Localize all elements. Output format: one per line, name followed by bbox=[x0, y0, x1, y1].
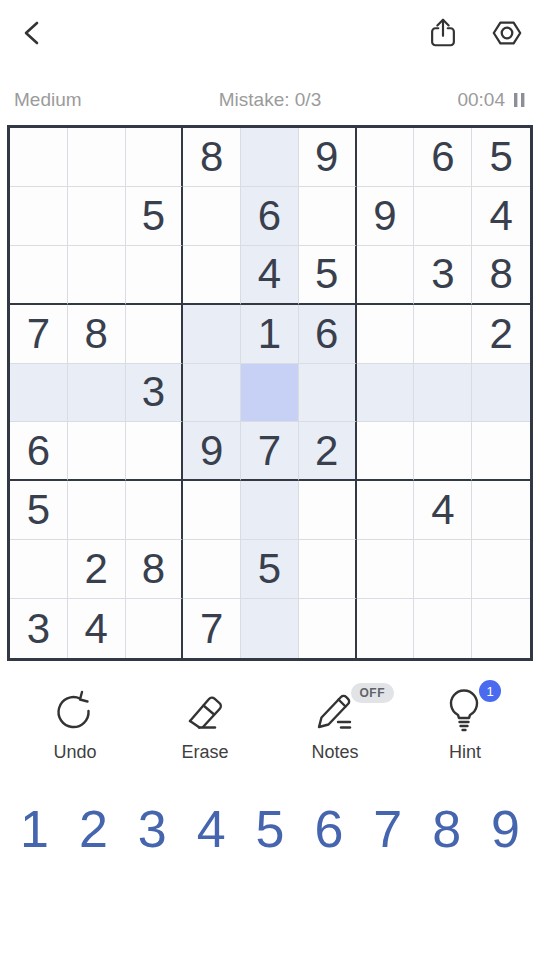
cell-r4c4[interactable] bbox=[183, 305, 241, 364]
hint-label: Hint bbox=[449, 742, 481, 763]
cell-r5c3[interactable]: 3 bbox=[126, 364, 184, 423]
eraser-icon bbox=[182, 687, 228, 733]
cell-r1c3[interactable] bbox=[126, 128, 184, 187]
cell-r9c2[interactable]: 4 bbox=[68, 599, 126, 658]
cell-r3c6[interactable]: 5 bbox=[299, 246, 357, 305]
cell-r7c5[interactable] bbox=[241, 481, 299, 540]
numberpad-1[interactable]: 1 bbox=[20, 803, 49, 855]
numberpad-9[interactable]: 9 bbox=[491, 803, 520, 855]
cell-r4c7[interactable] bbox=[357, 305, 415, 364]
cell-r5c9[interactable] bbox=[472, 364, 530, 423]
cell-r2c9[interactable]: 4 bbox=[472, 187, 530, 246]
mistakes-counter: Mistake: 0/3 bbox=[154, 89, 386, 111]
cell-r4c5[interactable]: 1 bbox=[241, 305, 299, 364]
cell-r8c4[interactable] bbox=[183, 540, 241, 599]
cell-r1c7[interactable] bbox=[357, 128, 415, 187]
settings-gear-icon bbox=[490, 16, 524, 50]
toolbar: Undo Erase OFF Notes bbox=[0, 687, 540, 763]
cell-r9c7[interactable] bbox=[357, 599, 415, 658]
undo-label: Undo bbox=[53, 742, 96, 763]
cell-r5c8[interactable] bbox=[414, 364, 472, 423]
cell-r7c4[interactable] bbox=[183, 481, 241, 540]
cell-r2c2[interactable] bbox=[68, 187, 126, 246]
lightbulb-icon: 1 bbox=[443, 687, 487, 733]
cell-r2c3[interactable]: 5 bbox=[126, 187, 184, 246]
pencil-icon: OFF bbox=[312, 687, 358, 733]
cell-r1c2[interactable] bbox=[68, 128, 126, 187]
cell-r6c5[interactable]: 7 bbox=[241, 422, 299, 481]
cell-r7c8[interactable]: 4 bbox=[414, 481, 472, 540]
cell-r6c4[interactable]: 9 bbox=[183, 422, 241, 481]
cell-r9c3[interactable] bbox=[126, 599, 184, 658]
cell-r8c1[interactable] bbox=[10, 540, 68, 599]
cell-r6c7[interactable] bbox=[357, 422, 415, 481]
cell-r7c3[interactable] bbox=[126, 481, 184, 540]
cell-r8c8[interactable] bbox=[414, 540, 472, 599]
board-area: 896556944538781623697254285347 bbox=[7, 125, 533, 661]
cell-r1c8[interactable]: 6 bbox=[414, 128, 472, 187]
cell-r5c6[interactable] bbox=[299, 364, 357, 423]
notes-label: Notes bbox=[311, 742, 358, 763]
pause-icon bbox=[513, 92, 526, 108]
cell-r8c7[interactable] bbox=[357, 540, 415, 599]
cell-r3c8[interactable]: 3 bbox=[414, 246, 472, 305]
cell-r6c6[interactable]: 2 bbox=[299, 422, 357, 481]
cell-r4c8[interactable] bbox=[414, 305, 472, 364]
numberpad-4[interactable]: 4 bbox=[197, 803, 226, 855]
cell-r8c5[interactable]: 5 bbox=[241, 540, 299, 599]
cell-r2c5[interactable]: 6 bbox=[241, 187, 299, 246]
settings-button[interactable] bbox=[490, 16, 524, 50]
status-row: Medium Mistake: 0/3 00:04 bbox=[0, 88, 540, 112]
numberpad-7[interactable]: 7 bbox=[373, 803, 402, 855]
cell-r3c1[interactable] bbox=[10, 246, 68, 305]
cell-r5c2[interactable] bbox=[68, 364, 126, 423]
cell-r7c9[interactable] bbox=[472, 481, 530, 540]
cell-r5c1[interactable] bbox=[10, 364, 68, 423]
numberpad-8[interactable]: 8 bbox=[432, 803, 461, 855]
cell-r7c7[interactable] bbox=[357, 481, 415, 540]
cell-r7c1[interactable]: 5 bbox=[10, 481, 68, 540]
back-button[interactable] bbox=[16, 16, 48, 50]
cell-r9c6[interactable] bbox=[299, 599, 357, 658]
cell-r8c6[interactable] bbox=[299, 540, 357, 599]
cell-r6c9[interactable] bbox=[472, 422, 530, 481]
cell-r5c4[interactable] bbox=[183, 364, 241, 423]
hint-button[interactable]: 1 Hint bbox=[422, 687, 508, 763]
difficulty-label: Medium bbox=[14, 89, 154, 111]
numberpad-6[interactable]: 6 bbox=[314, 803, 343, 855]
cell-r1c6[interactable]: 9 bbox=[299, 128, 357, 187]
cell-r3c7[interactable] bbox=[357, 246, 415, 305]
cell-r4c9[interactable]: 2 bbox=[472, 305, 530, 364]
cell-r5c5[interactable] bbox=[241, 364, 299, 423]
share-icon bbox=[426, 16, 460, 50]
erase-button[interactable]: Erase bbox=[162, 687, 248, 763]
sudoku-grid: 896556944538781623697254285347 bbox=[7, 125, 533, 661]
cell-r2c8[interactable] bbox=[414, 187, 472, 246]
cell-r8c2[interactable]: 2 bbox=[68, 540, 126, 599]
cell-r6c2[interactable] bbox=[68, 422, 126, 481]
cell-r3c2[interactable] bbox=[68, 246, 126, 305]
top-bar bbox=[0, 4, 540, 62]
back-chevron-icon bbox=[16, 16, 48, 50]
cell-r2c7[interactable]: 9 bbox=[357, 187, 415, 246]
cell-r6c8[interactable] bbox=[414, 422, 472, 481]
cell-r1c1[interactable] bbox=[10, 128, 68, 187]
cell-r9c4[interactable]: 7 bbox=[183, 599, 241, 658]
cell-r5c7[interactable] bbox=[357, 364, 415, 423]
notes-off-badge: OFF bbox=[351, 683, 395, 703]
undo-button[interactable]: Undo bbox=[32, 687, 118, 763]
numberpad-5[interactable]: 5 bbox=[256, 803, 285, 855]
cell-r3c4[interactable] bbox=[183, 246, 241, 305]
cell-r2c6[interactable] bbox=[299, 187, 357, 246]
cell-r9c8[interactable] bbox=[414, 599, 472, 658]
numberpad-2[interactable]: 2 bbox=[79, 803, 108, 855]
cell-r4c6[interactable]: 6 bbox=[299, 305, 357, 364]
cell-r4c1[interactable]: 7 bbox=[10, 305, 68, 364]
cell-r2c4[interactable] bbox=[183, 187, 241, 246]
cell-r3c5[interactable]: 4 bbox=[241, 246, 299, 305]
cell-r6c3[interactable] bbox=[126, 422, 184, 481]
cell-r8c9[interactable] bbox=[472, 540, 530, 599]
undo-icon bbox=[53, 687, 97, 733]
numberpad: 123456789 bbox=[0, 803, 540, 855]
cell-r3c3[interactable] bbox=[126, 246, 184, 305]
erase-label: Erase bbox=[181, 742, 228, 763]
hint-count-badge: 1 bbox=[479, 680, 501, 702]
numberpad-3[interactable]: 3 bbox=[138, 803, 167, 855]
cell-r1c4[interactable]: 8 bbox=[183, 128, 241, 187]
cell-r9c5[interactable] bbox=[241, 599, 299, 658]
notes-button[interactable]: OFF Notes bbox=[292, 687, 378, 763]
timer-value: 00:04 bbox=[457, 89, 505, 111]
cell-r9c9[interactable] bbox=[472, 599, 530, 658]
share-button[interactable] bbox=[426, 16, 460, 50]
cell-r3c9[interactable]: 8 bbox=[472, 246, 530, 305]
cell-r4c2[interactable]: 8 bbox=[68, 305, 126, 364]
cell-r7c6[interactable] bbox=[299, 481, 357, 540]
cell-r2c1[interactable] bbox=[10, 187, 68, 246]
cell-r6c1[interactable]: 6 bbox=[10, 422, 68, 481]
cell-r4c3[interactable] bbox=[126, 305, 184, 364]
cell-r1c9[interactable]: 5 bbox=[472, 128, 530, 187]
pause-button[interactable] bbox=[513, 92, 526, 108]
cell-r8c3[interactable]: 8 bbox=[126, 540, 184, 599]
cell-r9c1[interactable]: 3 bbox=[10, 599, 68, 658]
cell-r1c5[interactable] bbox=[241, 128, 299, 187]
cell-r7c2[interactable] bbox=[68, 481, 126, 540]
